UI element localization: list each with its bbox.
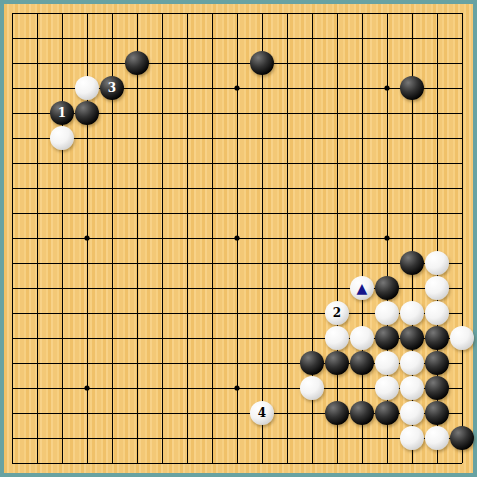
stone-white[interactable] [425, 301, 449, 325]
stone-black[interactable] [325, 401, 349, 425]
move-number-label: 2 [333, 307, 341, 319]
stone-white[interactable] [325, 326, 349, 350]
stone-black[interactable]: 1 [50, 101, 74, 125]
stone-black[interactable] [450, 426, 474, 450]
stone-black[interactable] [375, 401, 399, 425]
stone-white[interactable] [350, 326, 374, 350]
stone-black[interactable] [125, 51, 149, 75]
move-number-label: 4 [258, 407, 266, 419]
star-point [84, 385, 89, 390]
stone-white[interactable] [450, 326, 474, 350]
stone-black[interactable] [350, 351, 374, 375]
stone-black[interactable] [425, 326, 449, 350]
triangle-marker-icon: ▲ [357, 281, 368, 295]
stone-white[interactable] [375, 301, 399, 325]
star-point [234, 385, 239, 390]
stone-white[interactable] [375, 376, 399, 400]
stone-white[interactable] [50, 126, 74, 150]
stone-white[interactable] [425, 426, 449, 450]
stone-black[interactable] [250, 51, 274, 75]
stone-white[interactable] [75, 76, 99, 100]
stone-black[interactable] [425, 401, 449, 425]
stone-black[interactable] [425, 376, 449, 400]
stone-black[interactable] [425, 351, 449, 375]
stone-black[interactable] [325, 351, 349, 375]
stone-white[interactable]: 2 [325, 301, 349, 325]
stone-white[interactable] [425, 276, 449, 300]
stone-white[interactable] [400, 351, 424, 375]
star-point [384, 235, 389, 240]
stone-white[interactable] [400, 301, 424, 325]
stone-black[interactable] [375, 276, 399, 300]
stone-black[interactable]: 3 [100, 76, 124, 100]
move-number-label: 3 [108, 82, 116, 94]
stone-black[interactable] [400, 326, 424, 350]
star-point [84, 235, 89, 240]
stone-white[interactable]: 4 [250, 401, 274, 425]
stone-black[interactable] [350, 401, 374, 425]
stone-black[interactable] [375, 326, 399, 350]
star-point [234, 85, 239, 90]
stone-black[interactable] [400, 251, 424, 275]
stone-white[interactable] [400, 376, 424, 400]
stone-white[interactable] [375, 351, 399, 375]
move-number-label: 1 [58, 107, 66, 119]
stone-white[interactable] [425, 251, 449, 275]
stone-white[interactable] [400, 401, 424, 425]
stone-white[interactable] [300, 376, 324, 400]
star-point [234, 235, 239, 240]
star-point [384, 85, 389, 90]
stone-black[interactable] [400, 76, 424, 100]
stone-white[interactable] [400, 426, 424, 450]
board-frame: 31▲24 [0, 0, 477, 477]
stone-black[interactable] [75, 101, 99, 125]
stone-white[interactable]: ▲ [350, 276, 374, 300]
stone-black[interactable] [300, 351, 324, 375]
